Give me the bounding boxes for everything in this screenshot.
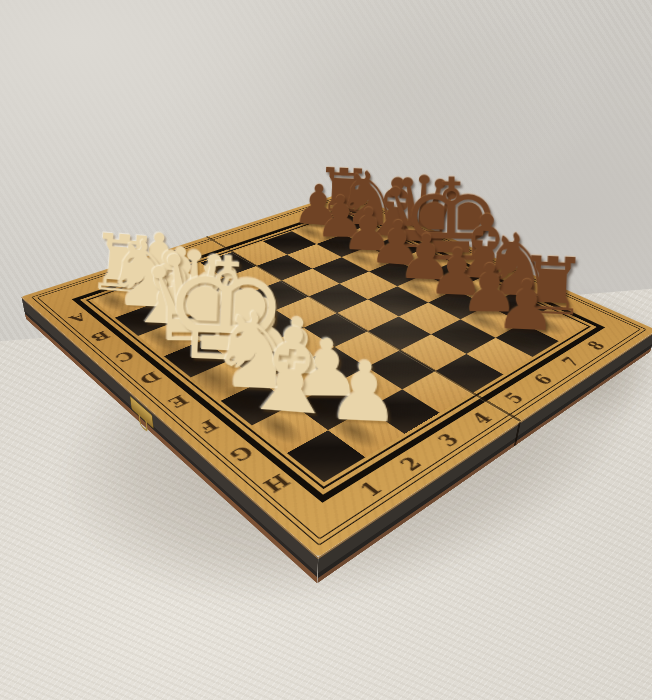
piece-glyph: ♟ bbox=[275, 348, 453, 438]
fold-seam-edge-crack bbox=[514, 421, 521, 447]
clasp-hook bbox=[138, 414, 148, 433]
piece-glyph: ♟ bbox=[452, 269, 601, 344]
scene: ♜♞♝♛♚♝♞♜♟♟♟♟♟♟♟♟♟♟♟♟♟♟♟♟♜♞♝♛♚♞♝ ABCDEFGH… bbox=[0, 0, 652, 700]
chess-board-3d: ♜♞♝♛♚♝♞♜♟♟♟♟♟♟♟♟♟♟♟♟♟♟♟♟♜♞♝♛♚♞♝ ABCDEFGH… bbox=[0, 0, 652, 700]
chess-board: ♜♞♝♛♚♝♞♜♟♟♟♟♟♟♟♟♟♟♟♟♟♟♟♟♜♞♝♛♚♞♝ ABCDEFGH… bbox=[21, 191, 652, 557]
